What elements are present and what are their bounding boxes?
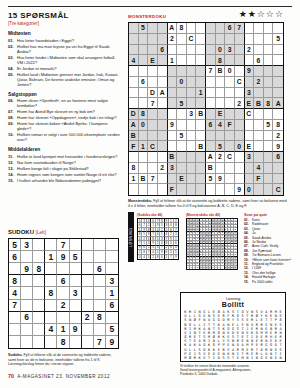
monsterdoku-cell[interactable] [196,98,206,109]
sudoku-cell[interactable] [9,263,21,275]
monsterdoku-cell[interactable] [139,88,149,99]
monsterdoku-cell[interactable] [177,120,187,131]
monsterdoku-cell[interactable] [187,131,197,142]
sudoku-cell[interactable] [82,275,94,287]
monsterdoku-cell[interactable] [245,120,255,131]
monsterdoku-cell: 3 [245,88,255,99]
monsterdoku-cell[interactable] [187,184,197,195]
monsterdoku-cell: 2 [254,77,264,88]
monsterdoku-cell[interactable] [245,34,255,45]
quiz-question: 04.Er Jordan et monarki? [8,66,121,71]
quiz-section: Middelalderen11.Hvilke to land kjempet m… [8,147,121,183]
sudoku-cell[interactable] [21,300,33,312]
quiz-question-text: Hvem har Astrid Bye skrevet en ny bok om… [17,109,121,114]
monsterdoku-cell[interactable] [129,184,139,195]
monsterdoku-cell[interactable] [206,131,216,142]
monsterdoku-cell[interactable] [148,184,158,195]
monsterdoku-cell[interactable] [273,88,283,99]
monsterdoku-cell[interactable] [168,45,178,56]
monsterdoku-cell[interactable] [139,45,149,56]
quiz-question-text: Hvem regnes som kongen som samlet Norge … [17,172,121,177]
monsterdoku-cell[interactable] [245,163,255,174]
monsterdoku-cell: 7 [206,66,216,77]
monsterdoku-cell[interactable] [168,141,178,152]
monsterdoku-cell[interactable] [235,163,245,174]
monsterdoku-cell[interactable] [158,120,168,131]
monsterdoku-cell[interactable] [225,174,235,185]
monsterdoku-cell[interactable] [158,184,168,195]
monsterdoku-cell[interactable] [148,131,158,142]
monsterdoku-cell[interactable] [177,141,187,152]
monsterdoku-cell[interactable] [245,174,255,185]
monsterdoku-cell[interactable] [196,174,206,185]
sudoku-cell[interactable] [21,336,33,348]
monsterdoku-cell[interactable] [139,163,149,174]
monsterdoku-cell[interactable] [177,55,187,66]
monsterdoku-cell[interactable] [148,45,158,56]
monsterdoku-cell[interactable] [196,55,206,66]
monsterdoku-cell[interactable] [235,88,245,99]
monsterdoku-cell[interactable] [139,98,149,109]
monsterdoku-cell[interactable] [225,141,235,152]
monsterdoku-cell[interactable] [216,88,226,99]
difficulty-stars: ★★☆☆☆ [239,9,284,19]
monsterdoku-cell[interactable] [254,23,264,34]
monsterdoku-cell[interactable] [264,23,274,34]
monsterdoku-cell[interactable] [264,66,274,77]
monsterdoku-cell[interactable] [273,45,283,56]
monsterdoku-cell: 2 [168,34,178,45]
monsterdoku-cell[interactable] [206,34,216,45]
monsterdoku-grid[interactable]: 5A8672C560324E1867B0960C2DA13752EB8AD83B… [128,22,284,196]
monsterdoku-cell[interactable] [168,88,178,99]
monsterdoku-cell[interactable] [235,174,245,185]
monsterdoku-cell[interactable] [216,131,226,142]
monsterdoku-cell[interactable] [254,34,264,45]
quiz-question-text: Hvem skrev «Gjenferd», en av høstens mes… [17,98,121,108]
monsterdoku-cell[interactable] [158,109,168,120]
monsterdoku-cell: 8 [129,163,139,174]
monsterdoku-cell[interactable] [158,34,168,45]
monsterdoku-cell[interactable] [139,131,149,142]
quiz-question: 06.Hvem skrev «Gjenferd», en av høstens … [8,98,121,108]
monsterdoku-cell[interactable] [264,88,274,99]
sudoku-cell: 8 [94,312,106,324]
word-search-solution-word: Bollitt [181,301,285,308]
monsterdoku-cell[interactable] [158,98,168,109]
quiz-question-text: Hva heter hovedstaden i Egypt? [17,38,121,43]
sudoku-cell[interactable] [82,251,94,263]
monsterdoku-cell[interactable] [254,45,264,56]
monsterdoku-cell[interactable] [225,55,235,66]
sudoku-grid[interactable]: 537619598686348317266284195879 [8,238,119,349]
monsterdoku-cell[interactable] [196,131,206,142]
sudoku-cell[interactable] [33,275,45,287]
monsterdoku-cell[interactable] [206,55,216,66]
monsterdoku-cell[interactable] [264,163,274,174]
sudoku-cell[interactable] [45,275,57,287]
monsterdoku-cell[interactable] [187,77,197,88]
monsterdoku-cell[interactable] [129,45,139,56]
monsterdoku-cell: 2 [158,163,168,174]
sudoku-cell[interactable] [82,300,94,312]
monsterdoku-cell: 0 [216,45,226,56]
monsterdoku-cell[interactable] [264,174,274,185]
monsterdoku-cell[interactable] [235,34,245,45]
monsterdoku-cell[interactable] [168,98,178,109]
monsterdoku-cell: 0 [139,120,149,131]
monsterdoku-cell[interactable] [148,34,158,45]
monsterdoku-cell[interactable] [225,184,235,195]
monsterdoku-cell[interactable] [216,184,226,195]
monsterdoku-cell[interactable] [216,23,226,34]
monsterdoku-cell[interactable] [206,45,216,56]
quiz-question: 15.I hvilket århundre ble Nidarosdomen p… [8,178,121,183]
sudoku-cell[interactable] [45,300,57,312]
monsterdoku-solution-header: (Monsterdoku uke 46) [186,213,220,217]
monsterdoku-cell[interactable] [187,98,197,109]
sudoku-cell: 5 [9,239,21,251]
sudoku-cell[interactable] [45,336,57,348]
sudoku-cell[interactable] [82,263,94,275]
monsterdoku-cell[interactable] [235,109,245,120]
sudoku-cell: 8 [33,263,45,275]
monsterdoku-cell[interactable] [235,45,245,56]
monsterdoku-cell[interactable] [206,109,216,120]
monsterdoku-cell[interactable] [177,45,187,56]
monsterdoku-cell[interactable] [148,109,158,120]
sudoku-cell[interactable] [94,239,106,251]
monsterdoku-cell[interactable] [245,23,255,34]
monsterdoku-cell: A [158,88,168,99]
monsterdoku-cell[interactable] [158,141,168,152]
monsterdoku-cell[interactable] [139,184,149,195]
monsterdoku-cell[interactable] [158,55,168,66]
monsterdoku-cell[interactable] [196,23,206,34]
quiz-question: 05.Hvilket land i Midtøsten grenser mot … [8,72,121,87]
sudoku-cell[interactable] [57,312,69,324]
monsterdoku-cell[interactable] [245,131,255,142]
monsterdoku-cell[interactable] [139,66,149,77]
monsterdoku-cell[interactable] [225,34,235,45]
monsterdoku-cell[interactable] [158,131,168,142]
monsterdoku-cell[interactable] [273,163,283,174]
monsterdoku-cell[interactable] [264,109,274,120]
monsterdoku-cell[interactable] [129,77,139,88]
monsterdoku-cell[interactable] [235,55,245,66]
word-search-title: Løsning Bollitt [181,293,285,308]
sudoku-cell[interactable] [45,263,57,275]
sudoku-solution-grid: 5346789126721953481983425678597614234268… [137,218,179,260]
monsterdoku-cell[interactable] [254,109,264,120]
monsterdoku-cell[interactable] [196,45,206,56]
monsterdoku-cell[interactable] [177,163,187,174]
monsterdoku-cell[interactable] [129,23,139,34]
monsterdoku-cell[interactable] [273,174,283,185]
sudoku-cell[interactable] [57,263,69,275]
monsterdoku-cell[interactable] [158,174,168,185]
sudoku-cell[interactable] [106,239,118,251]
quiz-section-header: Middelalderen [8,147,121,152]
sudoku-cell[interactable] [70,312,82,324]
monsterdoku-cell: B [196,109,206,120]
monsterdoku-cell[interactable] [235,152,245,163]
sudoku-cell[interactable] [33,324,45,336]
sudoku-cell[interactable] [33,251,45,263]
sudoku-cell: 7 [94,336,106,348]
monsterdoku-cell[interactable] [254,88,264,99]
monsterdoku-cell: F [254,174,264,185]
quiz-question-text: Er Jordan et monarki? [17,66,121,71]
monsterdoku-cell[interactable] [148,152,158,163]
monsterdoku-cell[interactable] [177,152,187,163]
word-search-letters: KRINGLEBAKSTOVNSVARMEULLGENSERFROSTRØYKE… [183,310,283,360]
monsterdoku-cell: E [216,109,226,120]
monsterdoku-cell: 6 [158,45,168,56]
monsterdoku-cell[interactable] [187,174,197,185]
monsterdoku-cell[interactable] [216,34,226,45]
sudoku-cell[interactable] [9,312,21,324]
monsterdoku-cell[interactable] [196,66,206,77]
monsterdoku-cell[interactable] [158,23,168,34]
monsterdoku-cell[interactable] [187,88,197,99]
sudoku-cell[interactable] [82,239,94,251]
sudoku-cell[interactable] [94,300,106,312]
monsterdoku-cell[interactable] [206,141,216,152]
monsterdoku-solution-cell: E [234,266,237,269]
monsterdoku-cell[interactable] [225,98,235,109]
monsterdoku-cell[interactable] [196,163,206,174]
monsterdoku-cell: 5 [177,131,187,142]
sudoku-cell[interactable] [45,312,57,324]
monsterdoku-cell[interactable] [235,120,245,131]
quiz-question-text: Hvilket land i Midtøsten grenser mot Jor… [17,72,121,87]
monsterdoku-cell[interactable] [225,163,235,174]
sudoku-cell[interactable] [106,312,118,324]
sudoku-cell: 9 [21,263,33,275]
monsterdoku-cell[interactable] [264,152,274,163]
monsterdoku-cell[interactable] [168,66,178,77]
quiz-question-number: 13. [8,166,17,171]
monsterdoku-cell[interactable] [187,45,197,56]
monsterdoku-cell[interactable] [264,131,274,142]
monsterdoku-cell[interactable] [158,66,168,77]
monsterdoku-cell[interactable] [177,88,187,99]
monsterdoku-cell[interactable] [196,77,206,88]
monsterdoku-cell[interactable] [273,23,283,34]
monsterdoku-cell[interactable] [264,184,274,195]
quiz-section: Midtøsten01.Hva heter hovedstaden i Egyp… [8,31,121,87]
monsterdoku-cell[interactable] [139,55,149,66]
monsterdoku-cell[interactable] [196,120,206,131]
sudoku-cell[interactable] [45,239,57,251]
monsterdoku-cell[interactable] [254,66,264,77]
monsterdoku-cell[interactable] [187,23,197,34]
monsterdoku-cell[interactable] [168,174,178,185]
monsterdoku-cell[interactable] [225,88,235,99]
monsterdoku-cell[interactable] [139,34,149,45]
quiz-question-text: Hvilket hav må man krysse på vei fra Egy… [17,44,121,54]
monsterdoku-cell[interactable] [148,66,158,77]
monsterdoku-cell[interactable] [177,34,187,45]
monsterdoku-cell[interactable] [177,109,187,120]
sudoku-cell[interactable] [106,263,118,275]
sudoku-cell[interactable] [21,287,33,299]
monsterdoku-cell[interactable] [273,55,283,66]
monsterdoku-cell[interactable] [206,98,216,109]
monsterdoku-cell[interactable] [148,120,158,131]
monsterdoku-caption-lead: Monsterdoku. [128,199,152,203]
monsterdoku-cell: 0 [225,66,235,77]
sudoku-cell[interactable] [94,275,106,287]
sudoku-cell[interactable] [33,336,45,348]
monsterdoku-cell[interactable] [216,98,226,109]
monsterdoku-cell[interactable] [196,34,206,45]
monsterdoku-cell[interactable] [254,141,264,152]
sudoku-cell[interactable] [70,239,82,251]
monsterdoku-cell[interactable] [129,34,139,45]
monsterdoku-cell[interactable] [216,77,226,88]
monsterdoku-cell[interactable] [129,98,139,109]
monsterdoku-cell[interactable] [254,184,264,195]
sudoku-cell[interactable] [70,336,82,348]
quiz-question-number: 02. [8,44,17,54]
sudoku-cell: 8 [9,275,21,287]
monsterdoku-cell: B [168,152,178,163]
monsterdoku-cell: 6 [206,120,216,131]
sudoku-cell[interactable] [94,287,106,299]
sudoku-cell: 6 [106,300,118,312]
sudoku-cell: 9 [106,336,118,348]
sudoku-cell[interactable] [82,287,94,299]
monsterdoku-cell[interactable] [168,109,178,120]
sudoku-cell[interactable] [106,251,118,263]
monsterdoku-cell: 3 [245,152,255,163]
sudoku-cell[interactable] [33,312,45,324]
sudoku-cell[interactable] [33,300,45,312]
monsterdoku-cell[interactable] [206,88,216,99]
monsterdoku-cell[interactable] [129,88,139,99]
monsterdoku-cell[interactable] [206,184,216,195]
monsterdoku-cell: D [129,109,139,120]
monsterdoku-cell: A [129,120,139,131]
sudoku-cell[interactable] [70,275,82,287]
quiz-question-number: 04. [8,66,17,71]
monsterdoku-cell[interactable] [148,23,158,34]
sudoku-cell[interactable] [21,275,33,287]
monsterdoku-cell[interactable] [254,152,264,163]
sudoku-cell[interactable] [82,324,94,336]
monsterdoku-cell[interactable] [264,34,274,45]
sudoku-cell[interactable] [70,300,82,312]
sudoku-cell[interactable] [82,336,94,348]
monsterdoku-cell[interactable] [254,131,264,142]
monsterdoku-cell[interactable] [177,184,187,195]
monsterdoku-cell: 4 [254,163,264,174]
sudoku-cell[interactable] [33,239,45,251]
monsterdoku-caption-text: Fyll ut feltene slik at de vannrette og … [128,199,286,208]
quiz-question-text: I hvilket århundre ble Nidarosdomen påbe… [17,178,121,183]
sudoku-cell[interactable] [9,336,21,348]
monsterdoku-cell[interactable] [264,55,274,66]
monsterdoku-cell: F [129,141,139,152]
monsterdoku-cell[interactable] [216,163,226,174]
monsterdoku-cell[interactable] [148,77,158,88]
word-search-box: Løsning Bollitt KRINGLEBAKSTOVNSVARMEULL… [180,292,286,362]
monsterdoku-cell[interactable] [245,55,255,66]
monsterdoku-cell[interactable] [187,152,197,163]
sudoku-cell[interactable] [70,263,82,275]
sudoku-cell[interactable] [94,251,106,263]
monsterdoku-cell[interactable] [254,120,264,131]
monsterdoku-cell[interactable] [158,77,168,88]
monsterdoku-cell[interactable] [139,152,149,163]
monsterdoku-cell[interactable] [235,66,245,77]
monsterdoku-cell[interactable] [225,131,235,142]
sudoku-cell[interactable] [94,324,106,336]
monsterdoku-cell[interactable] [206,23,216,34]
monsterdoku-cell[interactable] [168,77,178,88]
monsterdoku-cell[interactable] [187,141,197,152]
sudoku-cell: 6 [94,263,106,275]
monsterdoku-cell[interactable] [187,66,197,77]
monsterdoku-cell[interactable] [187,120,197,131]
monsterdoku-cell[interactable] [273,77,283,88]
sudoku-cell[interactable] [9,324,21,336]
monsterdoku-cell[interactable] [129,152,139,163]
sudoku-cell[interactable] [21,251,33,263]
monsterdoku-cell[interactable] [264,45,274,56]
monsterdoku-cell[interactable] [196,184,206,195]
monsterdoku-cell[interactable] [225,109,235,120]
sudoku-solution-header: (Sudoku uke 46) [137,213,162,217]
monsterdoku-cell[interactable] [187,163,197,174]
monsterdoku-cell[interactable] [177,66,187,77]
monsterdoku-cell[interactable] [273,66,283,77]
quiz-question-number: 12. [8,160,17,165]
monsterdoku-cell[interactable] [264,77,274,88]
monsterdoku-cell[interactable] [273,109,283,120]
monsterdoku-cell[interactable] [196,152,206,163]
monsterdoku-cell: 3 [187,109,197,120]
quiz-column: 15 SPØRSMÅL [Tre kategorier] Midtøsten01… [8,11,121,184]
monsterdoku-cell[interactable] [158,152,168,163]
monsterdoku-caption: Monsterdoku. Fyll ut feltene slik at de … [128,199,288,208]
monsterdoku-cell[interactable] [187,55,197,66]
quiz-question-number: 14. [8,172,17,177]
quiz-question: 03.Hva heter landet i Midtøsten som skal… [8,55,121,65]
monsterdoku-cell: 9 [273,141,283,152]
monsterdoku-cell[interactable] [148,163,158,174]
monsterdoku-cell[interactable] [245,77,255,88]
monsterdoku-cell[interactable] [264,141,274,152]
monsterdoku-cell[interactable] [225,77,235,88]
sudoku-cell: 6 [9,251,21,263]
sudoku-cell[interactable] [21,324,33,336]
sudoku-cell: 1 [45,251,57,263]
monsterdoku-cell: 0 [245,184,255,195]
sudoku-cell[interactable] [57,287,69,299]
monsterdoku-cell[interactable] [206,77,216,88]
monsterdoku-cell: C [187,34,197,45]
monsterdoku-cell: 2 [216,152,226,163]
monsterdoku-cell: 6 [273,152,283,163]
quiz-subtitle: [Tre kategorier] [8,21,121,26]
monsterdoku-cell[interactable] [129,66,139,77]
monsterdoku-cell[interactable] [168,131,178,142]
monsterdoku-cell[interactable] [235,131,245,142]
sudoku-cell[interactable] [33,287,45,299]
